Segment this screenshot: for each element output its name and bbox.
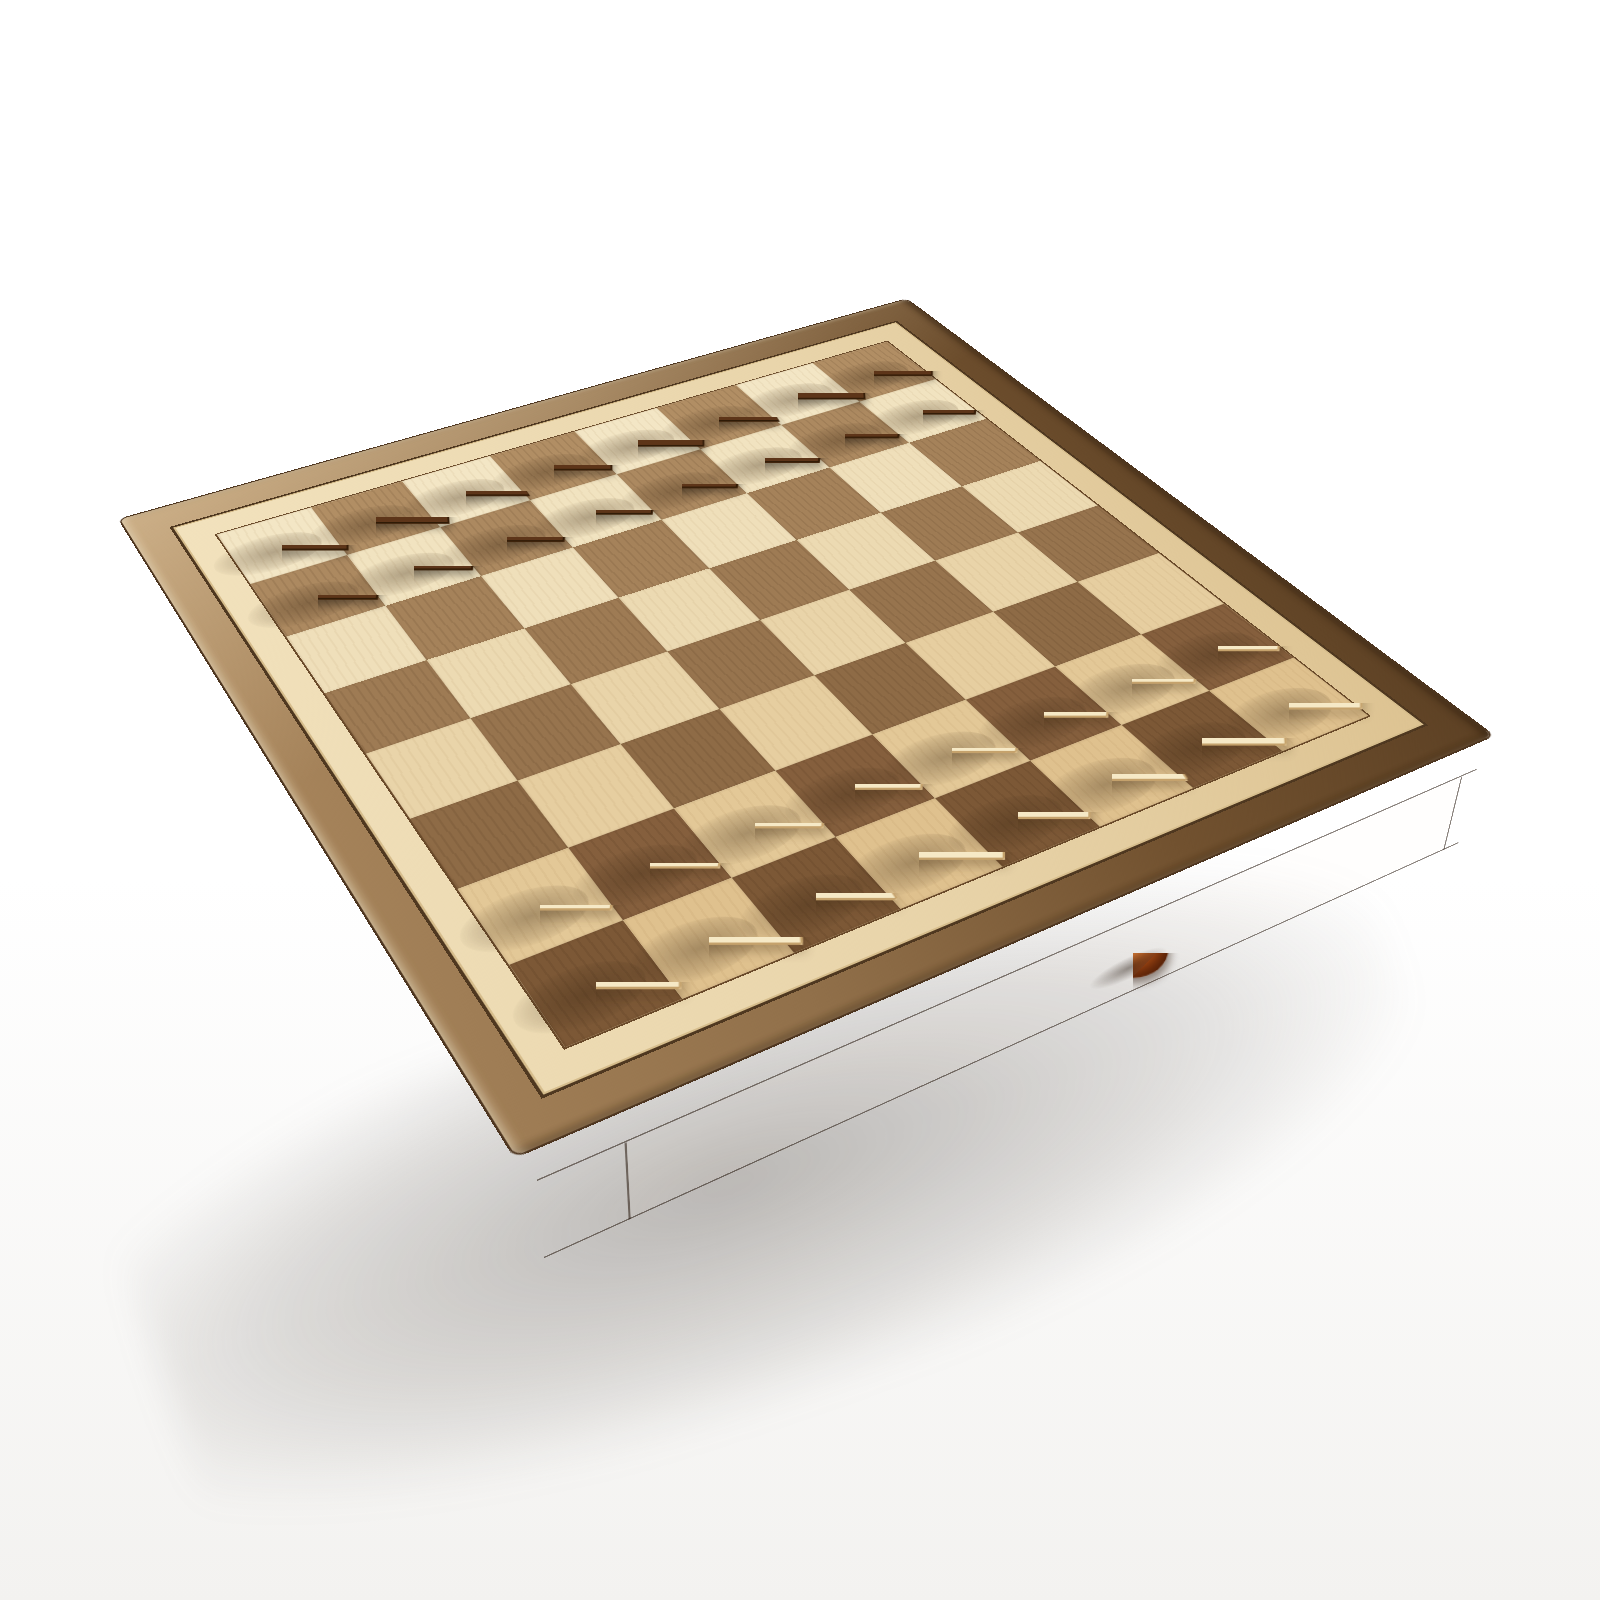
chess-box: ♜♞♝♛♚♝♞♜♟♟♟♟♟♟♟♟♟♟♟♟♟♟♟♟♜♞♝♚♛♝♞♜ (120, 299, 1492, 1156)
scene: ♜♞♝♛♚♝♞♜♟♟♟♟♟♟♟♟♟♟♟♟♟♟♟♟♜♞♝♚♛♝♞♜ (0, 0, 1600, 1600)
walnut-rim: ♜♞♝♛♚♝♞♜♟♟♟♟♟♟♟♟♟♟♟♟♟♟♟♟♜♞♝♚♛♝♞♜ (120, 299, 1492, 1156)
product-photo-background: ♜♞♝♛♚♝♞♜♟♟♟♟♟♟♟♟♟♟♟♟♟♟♟♟♜♞♝♚♛♝♞♜ (0, 0, 1600, 1600)
